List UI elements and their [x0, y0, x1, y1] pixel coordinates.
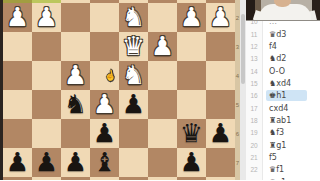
- black-rook[interactable]: ♜: [206, 177, 235, 180]
- square-d7[interactable]: [119, 148, 148, 177]
- move-row-22: 22♛f1: [246, 164, 320, 176]
- black-knight[interactable]: ♞: [61, 90, 90, 119]
- square-g3[interactable]: [32, 32, 61, 61]
- move-row-18: 18♜ab1: [246, 114, 320, 126]
- square-f2[interactable]: [61, 3, 90, 32]
- move-number: 21: [246, 154, 262, 161]
- white-pawn[interactable]: ♟: [177, 3, 206, 32]
- board[interactable]: ♚♜♜♞♞♛♟♟♟♟♟♟♟♚♜♜♝♝♛♞♟♟♟♟♟♟♟: [3, 0, 235, 180]
- square-a4[interactable]: [206, 61, 235, 90]
- square-h3[interactable]: [3, 32, 32, 61]
- black-king[interactable]: ♚: [32, 177, 61, 180]
- move-row-17: 17cxd4: [246, 102, 320, 114]
- move-row-12: 12f4: [246, 40, 320, 52]
- white-rook[interactable]: ♜: [61, 0, 90, 3]
- move[interactable]: ♛f1: [266, 164, 307, 175]
- square-b3[interactable]: [177, 32, 206, 61]
- move-number: 12: [246, 43, 262, 50]
- square-g5[interactable]: [32, 90, 61, 119]
- black-pawn[interactable]: ♟: [119, 90, 148, 119]
- move[interactable]: f5: [266, 152, 307, 163]
- square-e2[interactable]: [90, 3, 119, 32]
- move[interactable]: ♛d3: [266, 29, 307, 40]
- square-d6[interactable]: [119, 119, 148, 148]
- move-row-14: 14O-O: [246, 65, 320, 77]
- move[interactable]: ♞d2: [266, 53, 307, 64]
- black-queen[interactable]: ♛: [177, 119, 206, 148]
- white-knight[interactable]: ♞: [119, 3, 148, 32]
- move-row-15: 15♞xd4: [246, 77, 320, 89]
- move[interactable]: ♜g1: [266, 140, 307, 151]
- move[interactable]: ♞xd4: [266, 78, 307, 89]
- square-d8[interactable]: [119, 177, 148, 180]
- move-number: 13: [246, 55, 262, 62]
- black-pawn[interactable]: ♟: [90, 119, 119, 148]
- black-rook[interactable]: ♜: [61, 177, 90, 180]
- move-number: 11: [246, 31, 262, 38]
- white-queen[interactable]: ♛: [119, 32, 148, 61]
- stream-frame: ♚♜♜♞♞♛♟♟♟♟♟♟♟♚♜♜♝♝♛♞♟♟♟♟♟♟♟ 12345678 ☝ 1…: [0, 0, 320, 180]
- move-number: 19: [246, 129, 262, 136]
- black-bishop[interactable]: ♝: [90, 148, 119, 177]
- black-pawn[interactable]: ♟: [177, 148, 206, 177]
- move-number: 14: [246, 68, 262, 75]
- move-current[interactable]: ♚h1: [266, 90, 307, 101]
- move-number: 23: [246, 179, 262, 180]
- square-e8[interactable]: [90, 177, 119, 180]
- black-bishop[interactable]: ♝: [148, 177, 177, 180]
- square-e3[interactable]: [90, 32, 119, 61]
- black-pawn[interactable]: ♟: [61, 148, 90, 177]
- square-c7[interactable]: [148, 148, 177, 177]
- white-pawn[interactable]: ♟: [3, 3, 32, 32]
- square-h8[interactable]: [3, 177, 32, 180]
- move-row-20: 20♜g1: [246, 139, 320, 151]
- white-knight[interactable]: ♞: [119, 61, 148, 90]
- move-row-11: 11♛d3: [246, 28, 320, 40]
- square-f3[interactable]: [61, 32, 90, 61]
- move-row-23: 23♛e1: [246, 176, 320, 180]
- white-pawn[interactable]: ♟: [90, 90, 119, 119]
- move-row-13: 13♞d2: [246, 53, 320, 65]
- white-pawn[interactable]: ♟: [32, 3, 61, 32]
- square-a7[interactable]: [206, 148, 235, 177]
- square-b5[interactable]: [177, 90, 206, 119]
- scrollbar-thumb[interactable]: [241, 14, 245, 84]
- move-number: 22: [246, 166, 262, 173]
- square-f6[interactable]: [61, 119, 90, 148]
- move[interactable]: O-O: [266, 66, 307, 77]
- square-h5[interactable]: [3, 90, 32, 119]
- move[interactable]: f4: [266, 41, 307, 52]
- square-b4[interactable]: [177, 61, 206, 90]
- square-c5[interactable]: [148, 90, 177, 119]
- move[interactable]: ♞f3: [266, 127, 307, 138]
- move-number: 20: [246, 142, 262, 149]
- black-pawn[interactable]: ♟: [206, 119, 235, 148]
- square-g4[interactable]: [32, 61, 61, 90]
- square-a3[interactable]: [206, 32, 235, 61]
- square-c6[interactable]: [148, 119, 177, 148]
- webcam-video: [246, 0, 320, 21]
- square-a5[interactable]: [206, 90, 235, 119]
- white-pawn[interactable]: ♟: [206, 3, 235, 32]
- move-list-panel[interactable]: 10…11♛d312f413♞d214O-O15♞xd416♚h117cxd41…: [246, 0, 320, 180]
- move-number: 18: [246, 117, 262, 124]
- square-b8[interactable]: [177, 177, 206, 180]
- black-pawn[interactable]: ♟: [3, 148, 32, 177]
- square-g6[interactable]: [32, 119, 61, 148]
- square-h6[interactable]: [3, 119, 32, 148]
- move[interactable]: ♜ab1: [266, 115, 307, 126]
- move-row-16: 16♚h1: [246, 90, 320, 102]
- white-pawn[interactable]: ♟: [61, 61, 90, 90]
- move-row-19: 19♞f3: [246, 127, 320, 139]
- move[interactable]: ♛e1: [266, 177, 307, 180]
- move-rows[interactable]: 10…11♛d312f413♞d214O-O15♞xd416♚h117cxd41…: [246, 16, 320, 181]
- square-h4[interactable]: [3, 61, 32, 90]
- white-pawn[interactable]: ♟: [148, 32, 177, 61]
- move-number: 16: [246, 92, 262, 99]
- move[interactable]: cxd4: [266, 103, 307, 114]
- square-c4[interactable]: [148, 61, 177, 90]
- move-number: 17: [246, 105, 262, 112]
- move-number: 15: [246, 80, 262, 87]
- move-row-21: 21f5: [246, 151, 320, 163]
- black-pawn[interactable]: ♟: [32, 148, 61, 177]
- square-c2[interactable]: [148, 3, 177, 32]
